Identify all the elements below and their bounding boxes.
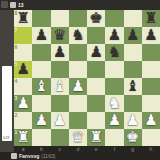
white-pawn-f2[interactable]: ♟ <box>108 113 121 128</box>
side-panel-box[interactable]: 0:19 <box>2 66 12 141</box>
square-a5[interactable]: 5♟ <box>14 61 32 78</box>
player-avatar[interactable] <box>11 153 17 159</box>
square-d6[interactable] <box>69 44 87 61</box>
square-a1[interactable]: 1♜ <box>14 129 32 146</box>
black-king-e8[interactable]: ♚ <box>89 11 102 26</box>
square-g4[interactable]: ♝ <box>124 78 142 95</box>
square-b5[interactable] <box>32 61 50 78</box>
player-bar: Fanvsvg (1163) <box>0 152 160 160</box>
white-rook-e1[interactable]: ♜ <box>89 130 102 145</box>
square-e1[interactable]: ♜ <box>87 129 105 146</box>
square-f3[interactable]: ♞ <box>105 95 123 112</box>
black-pawn-f7[interactable]: ♟ <box>108 28 121 43</box>
square-g8[interactable] <box>124 10 142 27</box>
square-c8[interactable] <box>51 10 69 27</box>
square-a2[interactable]: 2 <box>14 112 32 129</box>
white-pawn-b2[interactable]: ♟ <box>35 113 48 128</box>
square-c4[interactable]: ♝ <box>51 78 69 95</box>
square-d7[interactable]: ♞ <box>69 27 87 44</box>
square-f2[interactable]: ♟ <box>105 112 123 129</box>
black-queen-c7[interactable]: ♛ <box>53 28 66 43</box>
opponent-name[interactable]: 13 <box>18 2 24 8</box>
square-f1[interactable] <box>105 129 123 146</box>
square-g3[interactable] <box>124 95 142 112</box>
square-h5[interactable] <box>142 61 160 78</box>
black-rook-a8[interactable]: ♜ <box>16 11 29 26</box>
black-pawn-h7[interactable]: ♟ <box>144 28 157 43</box>
square-f5[interactable] <box>105 61 123 78</box>
white-bishop-c4[interactable]: ♝ <box>53 79 66 94</box>
rank-label-7: 7 <box>15 27 18 33</box>
square-d4[interactable]: ♟ <box>69 78 87 95</box>
square-b1[interactable] <box>32 129 50 146</box>
square-b7[interactable]: ♟ <box>32 27 50 44</box>
black-knight-f6[interactable]: ♞ <box>108 45 121 60</box>
square-g2[interactable]: ♟ <box>124 112 142 129</box>
white-pawn-h2[interactable]: ♟ <box>144 113 157 128</box>
square-c1[interactable] <box>51 129 69 146</box>
square-b3[interactable] <box>32 95 50 112</box>
square-g5[interactable] <box>124 61 142 78</box>
square-h4[interactable] <box>142 78 160 95</box>
black-rook-h8[interactable]: ♜ <box>144 11 157 26</box>
square-b4[interactable]: ♝ <box>32 78 50 95</box>
side-panel: 0:19 <box>0 10 14 152</box>
square-a4[interactable]: 4 <box>14 78 32 95</box>
white-rook-a1[interactable]: ♜ <box>16 130 29 145</box>
square-c2[interactable]: ♟ <box>51 112 69 129</box>
square-f6[interactable]: ♞ <box>105 44 123 61</box>
square-d5[interactable] <box>69 61 87 78</box>
black-pawn-b7[interactable]: ♟ <box>35 28 48 43</box>
square-f4[interactable] <box>105 78 123 95</box>
black-bishop-g4[interactable]: ♝ <box>126 79 139 94</box>
app-icon[interactable] <box>1 1 8 8</box>
rank-label-6: 6 <box>15 44 18 50</box>
square-e5[interactable] <box>87 61 105 78</box>
square-e8[interactable]: ♚ <box>87 10 105 27</box>
white-queen-d1[interactable]: ♛ <box>71 130 84 145</box>
square-a7[interactable]: 7 <box>14 27 32 44</box>
square-d8[interactable] <box>69 10 87 27</box>
square-g7[interactable]: ♟ <box>124 27 142 44</box>
square-g6[interactable] <box>124 44 142 61</box>
square-f7[interactable]: ♟ <box>105 27 123 44</box>
square-c3[interactable] <box>51 95 69 112</box>
white-king-g1[interactable]: ♚ <box>126 130 139 145</box>
player-name[interactable]: Fanvsvg <box>19 153 39 159</box>
square-e7[interactable] <box>87 27 105 44</box>
black-pawn-g7[interactable]: ♟ <box>126 28 139 43</box>
square-d1[interactable]: ♛ <box>69 129 87 146</box>
white-bishop-b4[interactable]: ♝ <box>35 79 48 94</box>
square-h7[interactable]: ♟ <box>142 27 160 44</box>
white-pawn-a3[interactable]: ♟ <box>16 96 29 111</box>
black-knight-d7[interactable]: ♞ <box>71 28 84 43</box>
square-d2[interactable] <box>69 112 87 129</box>
white-pawn-g2[interactable]: ♟ <box>126 113 139 128</box>
square-h6[interactable] <box>142 44 160 61</box>
square-h8[interactable]: ♜ <box>142 10 160 27</box>
square-b8[interactable] <box>32 10 50 27</box>
square-e4[interactable] <box>87 78 105 95</box>
chess-board[interactable]: 8♜♚♜7♟♛♞♟♟♟6♟♟♞5♟4♝♝♟♝3♟♞2♟♟♟♟♟1♜♛♜♚ <box>14 10 160 146</box>
square-f8[interactable] <box>105 10 123 27</box>
square-e3[interactable] <box>87 95 105 112</box>
white-knight-f3[interactable]: ♞ <box>108 96 121 111</box>
rank-label-2: 2 <box>15 112 18 118</box>
clock-text: 0:19 <box>2 136 9 141</box>
player-rating: (1163) <box>41 153 55 159</box>
white-pawn-d4[interactable]: ♟ <box>71 79 84 94</box>
opponent-avatar[interactable] <box>10 2 16 8</box>
square-g1[interactable]: ♚ <box>124 129 142 146</box>
black-pawn-a5[interactable]: ♟ <box>16 62 29 77</box>
square-c6[interactable]: ♟ <box>51 44 69 61</box>
square-e6[interactable]: ♟ <box>87 44 105 61</box>
square-h1[interactable] <box>142 129 160 146</box>
square-a6[interactable]: 6 <box>14 44 32 61</box>
square-c7[interactable]: ♛ <box>51 27 69 44</box>
square-b6[interactable] <box>32 44 50 61</box>
black-pawn-e6[interactable]: ♟ <box>89 45 102 60</box>
square-h2[interactable]: ♟ <box>142 112 160 129</box>
white-pawn-c2[interactable]: ♟ <box>53 113 66 128</box>
square-b2[interactable]: ♟ <box>32 112 50 129</box>
square-a8[interactable]: 8♜ <box>14 10 32 27</box>
square-e2[interactable] <box>87 112 105 129</box>
square-a3[interactable]: 3♟ <box>14 95 32 112</box>
square-c5[interactable] <box>51 61 69 78</box>
square-h3[interactable] <box>142 95 160 112</box>
black-pawn-c6[interactable]: ♟ <box>53 45 66 60</box>
square-d3[interactable] <box>69 95 87 112</box>
rank-label-4: 4 <box>15 78 18 84</box>
